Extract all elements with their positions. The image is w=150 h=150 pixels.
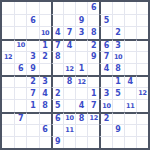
cell-r9c1[interactable] xyxy=(2,99,14,111)
cell-r5c6[interactable] xyxy=(63,51,75,63)
cell-r7c10[interactable]: 1 xyxy=(112,75,124,87)
cell-r3c9[interactable] xyxy=(99,26,111,38)
cell-r3c2[interactable] xyxy=(14,26,26,38)
cell-r8c12[interactable]: 12 xyxy=(136,87,148,99)
cell-r6c9[interactable]: 4 xyxy=(99,63,111,75)
cell-r12c9[interactable] xyxy=(99,136,111,148)
cell-r2c12[interactable] xyxy=(136,14,148,26)
cell-r11c2[interactable] xyxy=(14,124,26,136)
cell-r5c5[interactable]: 8 xyxy=(51,51,63,63)
cell-r6c11[interactable] xyxy=(124,63,136,75)
cell-r8c1[interactable] xyxy=(2,87,14,99)
cell-r1c9[interactable] xyxy=(99,2,111,14)
cell-r12c2[interactable] xyxy=(14,136,26,148)
sudoku-board: 6695104738210174263123289710691214823812… xyxy=(0,0,150,150)
cell-r7c7[interactable]: 12 xyxy=(75,75,87,87)
cell-r2c10[interactable] xyxy=(112,14,124,26)
cell-r10c4[interactable] xyxy=(39,112,51,124)
cell-r1c5[interactable] xyxy=(51,2,63,14)
cell-r3c6[interactable]: 7 xyxy=(63,26,75,38)
cell-r10c2[interactable]: 7 xyxy=(14,112,26,124)
cell-r9c12[interactable] xyxy=(136,99,148,111)
cell-r7c8[interactable] xyxy=(87,75,99,87)
cell-r3c10[interactable]: 2 xyxy=(112,26,124,38)
cell-r11c7[interactable] xyxy=(75,124,87,136)
cell-r10c5[interactable]: 6 xyxy=(51,112,63,124)
cell-r6c7[interactable]: 1 xyxy=(75,63,87,75)
cell-r11c1[interactable] xyxy=(2,124,14,136)
cell-r9c4[interactable]: 8 xyxy=(39,99,51,111)
cell-r7c5[interactable] xyxy=(51,75,63,87)
cell-r10c10[interactable] xyxy=(112,112,124,124)
cell-r12c10[interactable] xyxy=(112,136,124,148)
cell-r4c1[interactable] xyxy=(2,39,14,51)
cell-r7c12[interactable] xyxy=(136,75,148,87)
cell-r10c3[interactable] xyxy=(26,112,38,124)
cell-r12c1[interactable] xyxy=(2,136,14,148)
cell-r5c9[interactable]: 7 xyxy=(99,51,111,63)
cell-r2c3[interactable]: 6 xyxy=(26,14,38,26)
cell-r10c12[interactable] xyxy=(136,112,148,124)
cell-r8c4[interactable]: 4 xyxy=(39,87,51,99)
cell-r10c1[interactable] xyxy=(2,112,14,124)
cell-r11c10[interactable]: 9 xyxy=(112,124,124,136)
cell-r7c11[interactable]: 4 xyxy=(124,75,136,87)
cell-r2c1[interactable] xyxy=(2,14,14,26)
cell-r5c12[interactable] xyxy=(136,51,148,63)
cell-r1c2[interactable] xyxy=(14,2,26,14)
cell-r12c7[interactable] xyxy=(75,136,87,148)
cell-r3c5[interactable]: 4 xyxy=(51,26,63,38)
cell-r10c8[interactable]: 12 xyxy=(87,112,99,124)
cell-r10c6[interactable]: 10 xyxy=(63,112,75,124)
cell-r8c9[interactable]: 3 xyxy=(99,87,111,99)
cell-r5c2[interactable] xyxy=(14,51,26,63)
cell-r5c10[interactable]: 10 xyxy=(112,51,124,63)
cell-r5c8[interactable]: 9 xyxy=(87,51,99,63)
cell-r1c4[interactable] xyxy=(39,2,51,14)
cell-r2c7[interactable]: 9 xyxy=(75,14,87,26)
cell-r8c8[interactable]: 1 xyxy=(87,87,99,99)
cell-r12c11[interactable] xyxy=(124,136,136,148)
cell-r10c9[interactable]: 2 xyxy=(99,112,111,124)
cell-r8c6[interactable] xyxy=(63,87,75,99)
cell-r5c11[interactable] xyxy=(124,51,136,63)
cell-r6c10[interactable]: 8 xyxy=(112,63,124,75)
cell-r7c6[interactable]: 8 xyxy=(63,75,75,87)
cell-r6c8[interactable] xyxy=(87,63,99,75)
cell-r6c2[interactable]: 6 xyxy=(14,63,26,75)
cell-r11c4[interactable]: 6 xyxy=(39,124,51,136)
cell-r7c9[interactable] xyxy=(99,75,111,87)
cell-r2c2[interactable] xyxy=(14,14,26,26)
cell-r2c8[interactable] xyxy=(87,14,99,26)
cell-r4c12[interactable] xyxy=(136,39,148,51)
cell-r10c11[interactable] xyxy=(124,112,136,124)
cell-r1c3[interactable] xyxy=(26,2,38,14)
cell-r11c8[interactable] xyxy=(87,124,99,136)
cell-r1c6[interactable] xyxy=(63,2,75,14)
cell-r9c10[interactable] xyxy=(112,99,124,111)
cell-r6c3[interactable]: 9 xyxy=(26,63,38,75)
cell-r5c1[interactable]: 12 xyxy=(2,51,14,63)
cell-r4c10[interactable]: 3 xyxy=(112,39,124,51)
cell-r4c8[interactable]: 2 xyxy=(87,39,99,51)
cell-r11c3[interactable] xyxy=(26,124,38,136)
cell-r4c3[interactable] xyxy=(26,39,38,51)
cell-r2c6[interactable] xyxy=(63,14,75,26)
cell-r9c6[interactable] xyxy=(63,99,75,111)
cell-r3c7[interactable]: 3 xyxy=(75,26,87,38)
cell-r4c2[interactable]: 10 xyxy=(14,39,26,51)
cell-r5c4[interactable]: 2 xyxy=(39,51,51,63)
cell-r1c8[interactable]: 6 xyxy=(87,2,99,14)
cell-r7c2[interactable] xyxy=(14,75,26,87)
cell-r3c8[interactable]: 8 xyxy=(87,26,99,38)
cell-r4c9[interactable]: 6 xyxy=(99,39,111,51)
cell-r4c6[interactable]: 4 xyxy=(63,39,75,51)
cell-r3c4[interactable]: 10 xyxy=(39,26,51,38)
cell-r4c4[interactable]: 1 xyxy=(39,39,51,51)
cell-r12c4[interactable] xyxy=(39,136,51,148)
cell-r1c12[interactable] xyxy=(136,2,148,14)
cell-r11c9[interactable] xyxy=(99,124,111,136)
cell-r2c5[interactable] xyxy=(51,14,63,26)
cell-r7c1[interactable] xyxy=(2,75,14,87)
cell-r6c4[interactable] xyxy=(39,63,51,75)
cell-r8c11[interactable] xyxy=(124,87,136,99)
cell-r3c12[interactable] xyxy=(136,26,148,38)
cell-r2c4[interactable] xyxy=(39,14,51,26)
cell-r11c5[interactable] xyxy=(51,124,63,136)
cell-r5c3[interactable]: 3 xyxy=(26,51,38,63)
cell-r12c6[interactable] xyxy=(63,136,75,148)
cell-r8c3[interactable]: 7 xyxy=(26,87,38,99)
cell-r9c8[interactable]: 7 xyxy=(87,99,99,111)
cell-r10c7[interactable]: 8 xyxy=(75,112,87,124)
cell-r1c7[interactable] xyxy=(75,2,87,14)
cell-r11c12[interactable] xyxy=(136,124,148,136)
cell-r1c1[interactable] xyxy=(2,2,14,14)
cell-r7c4[interactable]: 3 xyxy=(39,75,51,87)
cell-r3c3[interactable] xyxy=(26,26,38,38)
cell-r9c5[interactable]: 5 xyxy=(51,99,63,111)
cell-r8c7[interactable] xyxy=(75,87,87,99)
cell-r12c3[interactable] xyxy=(26,136,38,148)
cell-r9c3[interactable]: 1 xyxy=(26,99,38,111)
cell-r11c6[interactable]: 11 xyxy=(63,124,75,136)
cell-r9c7[interactable]: 4 xyxy=(75,99,87,111)
cell-r1c10[interactable] xyxy=(112,2,124,14)
cell-r6c12[interactable] xyxy=(136,63,148,75)
cell-r6c5[interactable] xyxy=(51,63,63,75)
cell-r4c7[interactable] xyxy=(75,39,87,51)
cell-r6c6[interactable]: 12 xyxy=(63,63,75,75)
cell-r3c11[interactable] xyxy=(124,26,136,38)
cell-r12c8[interactable] xyxy=(87,136,99,148)
cell-r8c2[interactable] xyxy=(14,87,26,99)
cell-r8c10[interactable]: 5 xyxy=(112,87,124,99)
cell-r11c11[interactable] xyxy=(124,124,136,136)
cell-r12c5[interactable]: 9 xyxy=(51,136,63,148)
cell-r9c9[interactable]: 10 xyxy=(99,99,111,111)
cell-r8c5[interactable]: 2 xyxy=(51,87,63,99)
cell-r9c2[interactable] xyxy=(14,99,26,111)
cell-r3c1[interactable] xyxy=(2,26,14,38)
cell-r4c5[interactable]: 7 xyxy=(51,39,63,51)
cell-r6c1[interactable] xyxy=(2,63,14,75)
cell-r4c11[interactable] xyxy=(124,39,136,51)
cell-r1c11[interactable] xyxy=(124,2,136,14)
cell-r5c7[interactable] xyxy=(75,51,87,63)
cell-r2c11[interactable] xyxy=(124,14,136,26)
cell-r9c11[interactable]: 11 xyxy=(124,99,136,111)
cell-r2c9[interactable]: 5 xyxy=(99,14,111,26)
cell-r7c3[interactable]: 2 xyxy=(26,75,38,87)
cell-r12c12[interactable] xyxy=(136,136,148,148)
